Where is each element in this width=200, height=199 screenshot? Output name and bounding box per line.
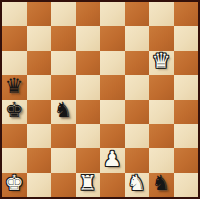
black-king-icon: ♚ [5, 100, 24, 121]
square-d6[interactable] [76, 51, 101, 75]
square-f3[interactable] [125, 124, 150, 148]
square-f1[interactable]: ♞ [125, 173, 150, 197]
square-g2[interactable] [149, 148, 174, 172]
square-e8[interactable] [100, 2, 125, 26]
square-h3[interactable] [174, 124, 199, 148]
square-b2[interactable] [27, 148, 52, 172]
square-e3[interactable] [100, 124, 125, 148]
square-e7[interactable] [100, 26, 125, 50]
square-c4[interactable]: ♞ [51, 100, 76, 124]
square-c3[interactable] [51, 124, 76, 148]
square-a6[interactable] [2, 51, 27, 75]
square-c1[interactable] [51, 173, 76, 197]
square-d7[interactable] [76, 26, 101, 50]
square-d5[interactable] [76, 75, 101, 99]
square-h2[interactable] [174, 148, 199, 172]
square-a7[interactable] [2, 26, 27, 50]
square-c5[interactable] [51, 75, 76, 99]
white-pawn-icon: ♟ [103, 149, 122, 170]
black-queen-icon: ♛ [5, 76, 24, 97]
square-f7[interactable] [125, 26, 150, 50]
square-d1[interactable]: ♜ [76, 173, 101, 197]
square-e2[interactable]: ♟ [100, 148, 125, 172]
square-b6[interactable] [27, 51, 52, 75]
square-g1[interactable]: ♞ [149, 173, 174, 197]
square-e6[interactable] [100, 51, 125, 75]
square-a5[interactable]: ♛ [2, 75, 27, 99]
square-a3[interactable] [2, 124, 27, 148]
square-f5[interactable] [125, 75, 150, 99]
square-a8[interactable] [2, 2, 27, 26]
square-e4[interactable] [100, 100, 125, 124]
square-a2[interactable] [2, 148, 27, 172]
square-g5[interactable] [149, 75, 174, 99]
square-h6[interactable] [174, 51, 199, 75]
chess-board: ♛♛♚♞♟♚♜♞♞ [0, 0, 200, 199]
square-d8[interactable] [76, 2, 101, 26]
square-d3[interactable] [76, 124, 101, 148]
square-g8[interactable] [149, 2, 174, 26]
square-f4[interactable] [125, 100, 150, 124]
white-king-icon: ♚ [5, 173, 24, 194]
square-c2[interactable] [51, 148, 76, 172]
square-g4[interactable] [149, 100, 174, 124]
square-c8[interactable] [51, 2, 76, 26]
square-g7[interactable] [149, 26, 174, 50]
square-b5[interactable] [27, 75, 52, 99]
square-a4[interactable]: ♚ [2, 100, 27, 124]
square-f6[interactable] [125, 51, 150, 75]
square-b7[interactable] [27, 26, 52, 50]
square-h8[interactable] [174, 2, 199, 26]
square-b1[interactable] [27, 173, 52, 197]
white-rook-icon: ♜ [78, 173, 97, 194]
square-h7[interactable] [174, 26, 199, 50]
white-queen-icon: ♛ [152, 51, 171, 72]
square-b3[interactable] [27, 124, 52, 148]
square-e5[interactable] [100, 75, 125, 99]
square-c7[interactable] [51, 26, 76, 50]
black-knight-icon: ♞ [54, 100, 73, 121]
square-f8[interactable] [125, 2, 150, 26]
square-h4[interactable] [174, 100, 199, 124]
square-f2[interactable] [125, 148, 150, 172]
square-d4[interactable] [76, 100, 101, 124]
square-g6[interactable]: ♛ [149, 51, 174, 75]
black-knight-icon: ♞ [152, 173, 171, 194]
square-d2[interactable] [76, 148, 101, 172]
square-h5[interactable] [174, 75, 199, 99]
square-h1[interactable] [174, 173, 199, 197]
chess-diagram: ♛♛♚♞♟♚♜♞♞ [0, 0, 200, 199]
white-knight-icon: ♞ [127, 173, 146, 194]
square-b4[interactable] [27, 100, 52, 124]
square-e1[interactable] [100, 173, 125, 197]
square-a1[interactable]: ♚ [2, 173, 27, 197]
square-b8[interactable] [27, 2, 52, 26]
square-g3[interactable] [149, 124, 174, 148]
square-c6[interactable] [51, 51, 76, 75]
